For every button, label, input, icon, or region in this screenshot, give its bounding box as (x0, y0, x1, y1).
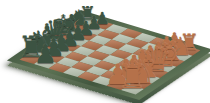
board-surface: ♜♟♟♜♞♟♟♞♝♟♟♝♚♟♟♚♛♟♟♛♝♟♟♝♞♟♟♞♜♟♟♜ (7, 10, 210, 100)
piece-green-pawn: ♟ (34, 41, 57, 67)
piece-coral-rook: ♜ (118, 60, 148, 93)
board-grid: ♜♟♟♜♞♟♟♞♝♟♟♝♚♟♟♚♛♟♟♛♝♟♟♝♞♟♟♞♜♟♟♜ (20, 16, 201, 95)
square-a8: ♜ (121, 85, 144, 95)
chess-set-photo: ♜♟♟♜♞♟♟♞♝♟♟♝♚♟♟♚♛♟♟♛♝♟♟♝♞♟♟♞♜♟♟♜ (0, 0, 210, 103)
